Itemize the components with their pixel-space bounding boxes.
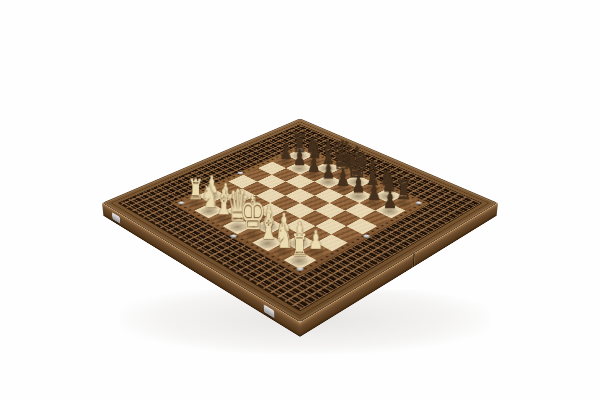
square-g6 (345, 203, 375, 218)
square-d3 (255, 203, 285, 218)
square-g5 (330, 211, 360, 227)
piece-shadow (269, 244, 297, 259)
square-g1 (268, 243, 300, 260)
square-f5 (315, 203, 345, 218)
piece-shadow (224, 220, 250, 234)
piece-shadow (285, 253, 313, 268)
product-photo-stage: ♜♞♝♛♚♝♞♜♟♟♟♟♟♟♟♟♟♟♟♟♟♟♟♟♜♞♝♛♚♝♞♜ (0, 0, 600, 400)
square-f2 (269, 226, 300, 243)
piece-shadow (240, 212, 266, 225)
metal-latch-icon (112, 212, 121, 224)
piece-shadow (239, 228, 266, 242)
metal-stud-icon (362, 234, 371, 239)
piece-shadow (286, 236, 313, 251)
square-g2 (284, 234, 316, 251)
square-c2 (225, 203, 255, 218)
square-h7 (375, 203, 405, 218)
box-top-face (102, 118, 498, 322)
square-h4 (331, 226, 362, 243)
piece-shadow (196, 204, 222, 217)
square-f4 (300, 211, 330, 227)
chess-box: ♜♞♝♛♚♝♞♜♟♟♟♟♟♟♟♟♟♟♟♟♟♟♟♟♜♞♝♛♚♝♞♜ (102, 118, 498, 322)
fold-seam (412, 253, 415, 268)
scene: ♜♞♝♛♚♝♞♜♟♟♟♟♟♟♟♟♟♟♟♟♟♟♟♟♜♞♝♛♚♝♞♜ (160, 63, 440, 343)
square-g4 (315, 218, 346, 234)
piece-shadow (226, 204, 252, 217)
piece-shadow (254, 236, 281, 251)
square-h2 (300, 243, 332, 260)
metal-stud-icon (177, 201, 185, 205)
square-c1 (209, 211, 239, 227)
square-f1 (252, 234, 284, 251)
metal-stud-icon (295, 267, 304, 272)
square-b1 (195, 203, 225, 218)
square-e2 (254, 218, 285, 234)
piece-shadow (255, 220, 281, 234)
piece-shadow (210, 212, 236, 225)
piece-shadow (377, 204, 403, 217)
square-d2 (239, 211, 269, 227)
square-e1 (237, 226, 268, 243)
piece-shadow (302, 244, 330, 259)
metal-stud-icon (415, 201, 423, 205)
square-d1 (223, 218, 254, 234)
square-g3 (300, 226, 331, 243)
piece-shadow (270, 228, 297, 242)
square-f3 (285, 218, 316, 234)
square-h6 (361, 211, 391, 227)
metal-stud-icon (229, 234, 238, 239)
square-h3 (316, 234, 348, 251)
square-e3 (270, 211, 300, 227)
square-h5 (346, 218, 377, 234)
square-h1 (284, 251, 317, 269)
square-e4 (285, 203, 315, 218)
